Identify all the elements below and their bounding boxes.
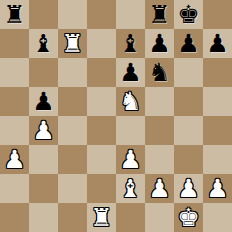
chess-board-container: ♜♜♚♝♜♝♟♟♟♟♞♟♞♟♟♟♝♟♟♟♜♚ [0,0,232,232]
square-b6[interactable] [29,58,58,87]
square-a8[interactable]: ♜ [0,0,29,29]
piece-black-rook: ♜ [3,0,25,29]
square-d8[interactable] [87,0,116,29]
piece-white-pawn: ♟ [3,145,25,174]
piece-white-rook: ♜ [90,203,112,232]
square-h7[interactable]: ♟ [203,29,232,58]
square-h6[interactable] [203,58,232,87]
square-f1[interactable] [145,203,174,232]
square-a5[interactable] [0,87,29,116]
square-b4[interactable]: ♟ [29,116,58,145]
piece-black-pawn: ♟ [177,29,199,58]
square-g2[interactable]: ♟ [174,174,203,203]
square-c7[interactable]: ♜ [58,29,87,58]
square-f5[interactable] [145,87,174,116]
square-g1[interactable]: ♚ [174,203,203,232]
square-b8[interactable] [29,0,58,29]
piece-white-pawn: ♟ [206,174,228,203]
square-f7[interactable]: ♟ [145,29,174,58]
piece-white-king: ♚ [177,203,199,232]
square-g8[interactable]: ♚ [174,0,203,29]
square-a6[interactable] [0,58,29,87]
square-g4[interactable] [174,116,203,145]
square-d1[interactable]: ♜ [87,203,116,232]
square-g7[interactable]: ♟ [174,29,203,58]
square-d6[interactable] [87,58,116,87]
piece-black-rook: ♜ [148,0,170,29]
square-h4[interactable] [203,116,232,145]
piece-black-knight: ♞ [148,58,170,87]
square-b5[interactable]: ♟ [29,87,58,116]
square-e2[interactable]: ♝ [116,174,145,203]
square-h3[interactable] [203,145,232,174]
square-e1[interactable] [116,203,145,232]
square-h1[interactable] [203,203,232,232]
piece-black-pawn: ♟ [148,29,170,58]
piece-black-bishop: ♝ [32,29,54,58]
piece-black-bishop: ♝ [119,29,141,58]
square-c3[interactable] [58,145,87,174]
square-e7[interactable]: ♝ [116,29,145,58]
square-h2[interactable]: ♟ [203,174,232,203]
piece-black-pawn: ♟ [119,58,141,87]
square-g3[interactable] [174,145,203,174]
square-c5[interactable] [58,87,87,116]
square-a7[interactable] [0,29,29,58]
square-d4[interactable] [87,116,116,145]
square-c2[interactable] [58,174,87,203]
square-c6[interactable] [58,58,87,87]
square-f6[interactable]: ♞ [145,58,174,87]
square-c4[interactable] [58,116,87,145]
square-a2[interactable] [0,174,29,203]
piece-black-pawn: ♟ [32,87,54,116]
square-g5[interactable] [174,87,203,116]
chess-board: ♜♜♚♝♜♝♟♟♟♟♞♟♞♟♟♟♝♟♟♟♜♚ [0,0,232,232]
square-f4[interactable] [145,116,174,145]
square-e8[interactable] [116,0,145,29]
square-d3[interactable] [87,145,116,174]
piece-black-king: ♚ [177,0,199,29]
square-b1[interactable] [29,203,58,232]
square-b7[interactable]: ♝ [29,29,58,58]
square-e4[interactable] [116,116,145,145]
piece-white-rook: ♜ [61,29,83,58]
square-c8[interactable] [58,0,87,29]
square-d2[interactable] [87,174,116,203]
square-h8[interactable] [203,0,232,29]
piece-white-bishop: ♝ [119,174,141,203]
piece-white-pawn: ♟ [148,174,170,203]
square-c1[interactable] [58,203,87,232]
square-d5[interactable] [87,87,116,116]
square-e6[interactable]: ♟ [116,58,145,87]
piece-white-pawn: ♟ [32,116,54,145]
square-d7[interactable] [87,29,116,58]
square-g6[interactable] [174,58,203,87]
square-f3[interactable] [145,145,174,174]
piece-white-pawn: ♟ [177,174,199,203]
square-a4[interactable] [0,116,29,145]
square-b3[interactable] [29,145,58,174]
piece-black-pawn: ♟ [206,29,228,58]
square-a3[interactable]: ♟ [0,145,29,174]
piece-white-knight: ♞ [119,87,141,116]
square-h5[interactable] [203,87,232,116]
square-a1[interactable] [0,203,29,232]
square-b2[interactable] [29,174,58,203]
square-e3[interactable]: ♟ [116,145,145,174]
piece-white-pawn: ♟ [119,145,141,174]
square-e5[interactable]: ♞ [116,87,145,116]
square-f8[interactable]: ♜ [145,0,174,29]
square-f2[interactable]: ♟ [145,174,174,203]
